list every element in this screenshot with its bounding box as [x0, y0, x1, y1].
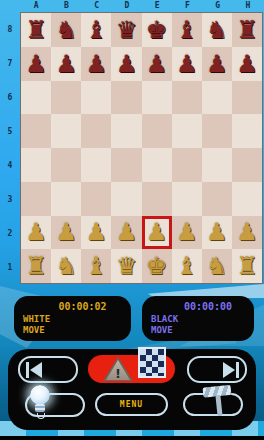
- square-f6[interactable]: [172, 81, 202, 115]
- white-pawn: ♟: [86, 220, 108, 244]
- black-pawn: ♟: [176, 52, 198, 76]
- black-pawn: ♟: [55, 52, 77, 76]
- square-h5[interactable]: [232, 114, 262, 148]
- board: ♜♞♝♛♚♝♞♜♟♟♟♟♟♟♟♟♟♟♟♟♟♟♟♟♜♞♝♛♚♝♞♜: [20, 12, 263, 284]
- square-h3[interactable]: [232, 182, 262, 216]
- square-f3[interactable]: [172, 182, 202, 216]
- square-a8[interactable]: ♜: [21, 13, 51, 47]
- rank-label-6: 6: [0, 80, 20, 114]
- square-a2[interactable]: ♟: [21, 216, 51, 250]
- previous-move-button[interactable]: [18, 356, 78, 383]
- rank-label-3: 3: [0, 182, 20, 216]
- rank-label-4: 4: [0, 148, 20, 182]
- square-a6[interactable]: [21, 81, 51, 115]
- black-bishop: ♝: [86, 18, 108, 42]
- file-label-f: F: [172, 0, 202, 12]
- white-rook: ♜: [236, 254, 258, 278]
- bottom-black-bar: [0, 436, 264, 440]
- black-rook: ♜: [236, 18, 258, 42]
- square-b8[interactable]: ♞: [51, 13, 81, 47]
- square-a1[interactable]: ♜: [21, 249, 51, 283]
- control-panel: ! MENU: [8, 349, 256, 430]
- square-e3[interactable]: [142, 182, 172, 216]
- rank-label-2: 2: [0, 216, 20, 250]
- black-pawn: ♟: [206, 52, 228, 76]
- square-h7[interactable]: ♟: [232, 47, 262, 81]
- chess-app-screen: ABCDEFGH 87654321 ♜♞♝♛♚♝♞♜♟♟♟♟♟♟♟♟♟♟♟♟♟♟…: [0, 0, 264, 440]
- square-g6[interactable]: [202, 81, 232, 115]
- square-b5[interactable]: [51, 114, 81, 148]
- black-pawn: ♟: [146, 52, 168, 76]
- square-c4[interactable]: [81, 148, 111, 182]
- white-king: ♚: [146, 254, 168, 278]
- white-pawn: ♟: [236, 220, 258, 244]
- black-pawn: ♟: [236, 52, 258, 76]
- white-knight: ♞: [55, 254, 77, 278]
- white-bishop: ♝: [176, 254, 198, 278]
- light-bulb-icon: [27, 385, 53, 421]
- square-e4[interactable]: [142, 148, 172, 182]
- square-b7[interactable]: ♟: [51, 47, 81, 81]
- rank-labels: 87654321: [0, 12, 20, 284]
- square-g1[interactable]: ♞: [202, 249, 232, 283]
- hammer-icon: [200, 382, 237, 419]
- square-e2[interactable]: ♟: [142, 216, 172, 250]
- square-e5[interactable]: [142, 114, 172, 148]
- step-forward-icon: [223, 362, 239, 378]
- warning-icon: !: [103, 357, 133, 381]
- black-knight: ♞: [55, 18, 77, 42]
- rank-label-5: 5: [0, 114, 20, 148]
- square-f1[interactable]: ♝: [172, 249, 202, 283]
- square-g7[interactable]: ♟: [202, 47, 232, 81]
- file-label-g: G: [203, 0, 233, 12]
- white-pawn: ♟: [55, 220, 77, 244]
- square-e1[interactable]: ♚: [142, 249, 172, 283]
- file-label-h: H: [233, 0, 263, 12]
- black-bishop: ♝: [176, 18, 198, 42]
- square-d7[interactable]: ♟: [111, 47, 141, 81]
- square-b1[interactable]: ♞: [51, 249, 81, 283]
- square-c6[interactable]: [81, 81, 111, 115]
- square-f8[interactable]: ♝: [172, 13, 202, 47]
- file-label-e: E: [142, 0, 172, 12]
- square-b3[interactable]: [51, 182, 81, 216]
- white-pawn: ♟: [176, 220, 198, 244]
- black-pawn: ♟: [25, 52, 47, 76]
- square-d6[interactable]: [111, 81, 141, 115]
- file-label-d: D: [112, 0, 142, 12]
- square-d2[interactable]: ♟: [111, 216, 141, 250]
- file-label-b: B: [51, 0, 81, 12]
- menu-button[interactable]: MENU: [95, 393, 168, 416]
- black-clock-label-1: BLACK: [151, 314, 178, 324]
- square-h4[interactable]: [232, 148, 262, 182]
- square-d5[interactable]: [111, 114, 141, 148]
- black-rook: ♜: [25, 18, 47, 42]
- file-label-c: C: [82, 0, 112, 12]
- black-knight: ♞: [206, 18, 228, 42]
- square-g5[interactable]: [202, 114, 232, 148]
- black-pawn: ♟: [116, 52, 138, 76]
- square-g3[interactable]: [202, 182, 232, 216]
- rank-label-1: 1: [0, 250, 20, 284]
- square-f4[interactable]: [172, 148, 202, 182]
- next-move-button[interactable]: [187, 356, 247, 383]
- square-c8[interactable]: ♝: [81, 13, 111, 47]
- black-clock-time: 00:00:00: [166, 301, 250, 312]
- square-h6[interactable]: [232, 81, 262, 115]
- white-rook: ♜: [25, 254, 47, 278]
- square-a4[interactable]: [21, 148, 51, 182]
- white-knight: ♞: [206, 254, 228, 278]
- square-g2[interactable]: ♟: [202, 216, 232, 250]
- rank-label-7: 7: [0, 46, 20, 80]
- square-e8[interactable]: ♚: [142, 13, 172, 47]
- white-pawn: ♟: [146, 220, 168, 244]
- square-b4[interactable]: [51, 148, 81, 182]
- square-g4[interactable]: [202, 148, 232, 182]
- square-d3[interactable]: [111, 182, 141, 216]
- black-queen: ♛: [116, 18, 138, 42]
- white-pawn: ♟: [25, 220, 47, 244]
- white-pawn: ♟: [116, 220, 138, 244]
- square-h8[interactable]: ♜: [232, 13, 262, 47]
- rank-label-8: 8: [0, 12, 20, 46]
- square-c2[interactable]: ♟: [81, 216, 111, 250]
- white-clock-label-1: WHITE: [23, 314, 50, 324]
- white-pawn: ♟: [206, 220, 228, 244]
- white-clock-label-2: MOVE: [23, 325, 45, 335]
- square-f2[interactable]: ♟: [172, 216, 202, 250]
- square-b6[interactable]: [51, 81, 81, 115]
- square-d4[interactable]: [111, 148, 141, 182]
- black-king: ♚: [146, 18, 168, 42]
- file-label-a: A: [21, 0, 51, 12]
- white-clock: 00:00:02 WHITE MOVE: [14, 296, 131, 341]
- black-clock-label-2: MOVE: [151, 325, 173, 335]
- square-c5[interactable]: [81, 114, 111, 148]
- white-clock-time: 00:00:02: [38, 301, 127, 312]
- square-d1[interactable]: ♛: [111, 249, 141, 283]
- square-c7[interactable]: ♟: [81, 47, 111, 81]
- black-clock: 00:00:00 BLACK MOVE: [142, 296, 254, 341]
- file-labels: ABCDEFGH: [21, 0, 263, 12]
- checkered-flag-icon: [138, 347, 166, 378]
- square-d8[interactable]: ♛: [111, 13, 141, 47]
- square-f7[interactable]: ♟: [172, 47, 202, 81]
- square-f5[interactable]: [172, 114, 202, 148]
- black-pawn: ♟: [86, 52, 108, 76]
- square-c3[interactable]: [81, 182, 111, 216]
- menu-label: MENU: [120, 400, 143, 409]
- square-e6[interactable]: [142, 81, 172, 115]
- square-a7[interactable]: ♟: [21, 47, 51, 81]
- square-a5[interactable]: [21, 114, 51, 148]
- square-h2[interactable]: ♟: [232, 216, 262, 250]
- white-queen: ♛: [116, 254, 138, 278]
- square-e7[interactable]: ♟: [142, 47, 172, 81]
- square-h1[interactable]: ♜: [232, 249, 262, 283]
- square-a3[interactable]: [21, 182, 51, 216]
- square-c1[interactable]: ♝: [81, 249, 111, 283]
- step-backward-icon: [26, 362, 42, 378]
- square-b2[interactable]: ♟: [51, 216, 81, 250]
- square-g8[interactable]: ♞: [202, 13, 232, 47]
- white-bishop: ♝: [86, 254, 108, 278]
